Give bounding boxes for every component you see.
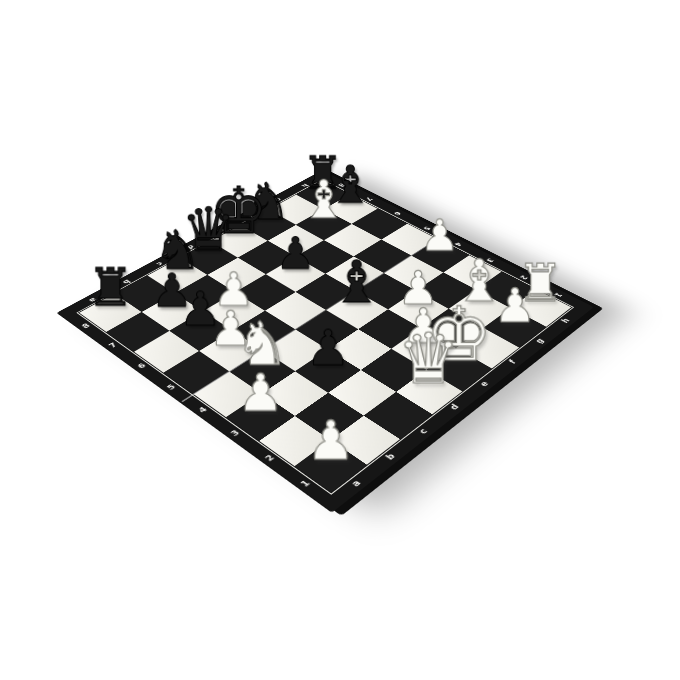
file-label-bottom-c: c [417,427,429,435]
file-label-bottom-d: d [448,403,460,411]
white-queen-d1[interactable]: ♛ [364,327,495,391]
chess-board: ♜♞♛♚♞♜♟♝♝♟♟♟♟♞♝♟♟♟♟♟♝♟♛♚♟♜ aabbccddeeffg… [56,170,593,512]
rank-label-left-3: 3 [229,429,241,438]
rank-label-left-6: 6 [136,362,147,369]
white-pawn-a1[interactable]: ♟ [260,416,401,466]
rank-label-left-7: 7 [108,342,119,349]
photo-stage: ♜♞♛♚♞♜♟♝♝♟♟♟♟♞♝♟♟♟♟♟♝♟♛♚♟♜ aabbccddeeffg… [0,0,680,680]
rank-label-left-5: 5 [166,384,178,392]
rank-label-left-1: 1 [299,479,312,488]
board-grid: ♜♞♛♚♞♜♟♝♝♟♟♟♟♞♝♟♟♟♟♟♝♟♛♚♟♜ [79,180,571,492]
file-label-bottom-g: g [534,337,546,344]
file-label-bottom-a: a [350,479,363,488]
square-a1[interactable]: ♟ [294,440,366,492]
rank-label-left-8: 8 [81,322,92,329]
